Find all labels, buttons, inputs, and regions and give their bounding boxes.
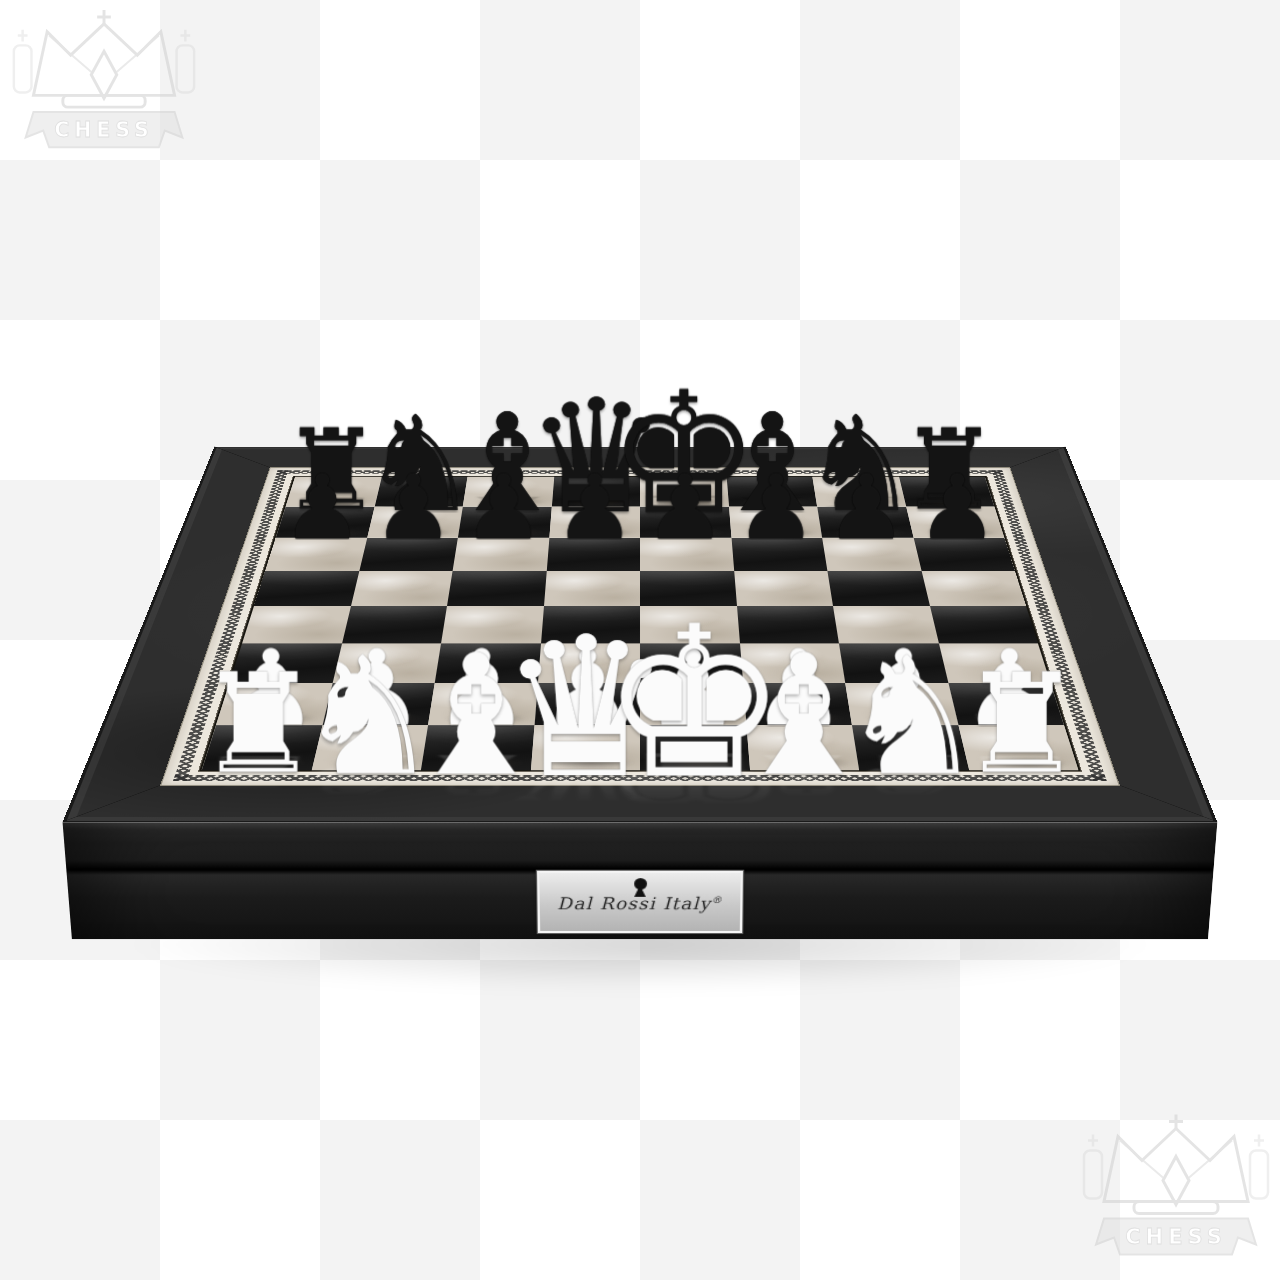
chess-box: ♜♜♞♞♝♝♛♛♚♚♝♝♞♞♜♜♟♟♟♟♟♟♟♟♟♟♟♟♟♟♟♟♟♟♟♟♟♟♟♟…: [63, 447, 1218, 823]
front-panel: Dal Rossi Italy®: [63, 822, 1218, 939]
watermark-text: CHESS: [54, 118, 154, 142]
square-h1: ♜♜: [958, 725, 1078, 770]
crown-icon: [1084, 1115, 1268, 1214]
square-f7: ♟♟: [729, 506, 823, 537]
trademark-mark: ®: [711, 894, 723, 904]
product-photo: { "page": { "background": { "pattern": "…: [0, 0, 1280, 1280]
crown-icon: [14, 10, 194, 107]
watermark-bottom-right: CHESS: [1076, 1106, 1276, 1280]
square-h7: ♟♟: [906, 506, 1005, 537]
square-g7: ♟♟: [817, 506, 913, 537]
square-g1: ♞♞: [852, 725, 969, 770]
brand-plaque: Dal Rossi Italy®: [537, 871, 743, 933]
square-d7: ♟♟: [549, 506, 640, 537]
leather-miter-seam: [214, 447, 271, 468]
leather-miter-seam: [1009, 447, 1066, 468]
square-a7: ♟♟: [276, 506, 375, 537]
square-e7: ♟♟: [640, 506, 731, 537]
square-c7: ♟♟: [458, 506, 552, 537]
keyhole-icon: [634, 878, 647, 889]
leather-miter-seam: [1118, 785, 1218, 823]
board-surface: ♜♜♞♞♝♝♛♛♚♚♝♝♞♞♜♜♟♟♟♟♟♟♟♟♟♟♟♟♟♟♟♟♟♟♟♟♟♟♟♟…: [63, 447, 1218, 823]
leather-miter-seam: [62, 785, 162, 823]
watermark-text: CHESS: [1125, 1225, 1227, 1249]
square-b7: ♟♟: [367, 506, 463, 537]
square-b5: [351, 571, 453, 606]
square-h5: [921, 571, 1026, 606]
playing-field: ♜♜♞♞♝♝♛♛♚♚♝♝♞♞♜♜♟♟♟♟♟♟♟♟♟♟♟♟♟♟♟♟♟♟♟♟♟♟♟♟…: [199, 476, 1081, 771]
chess-banner: CHESS: [26, 112, 183, 147]
watermark-top-left: CHESS: [6, 2, 202, 174]
chess-banner: CHESS: [1096, 1219, 1256, 1255]
square-a5: [254, 571, 359, 606]
square-g5: [827, 571, 929, 606]
